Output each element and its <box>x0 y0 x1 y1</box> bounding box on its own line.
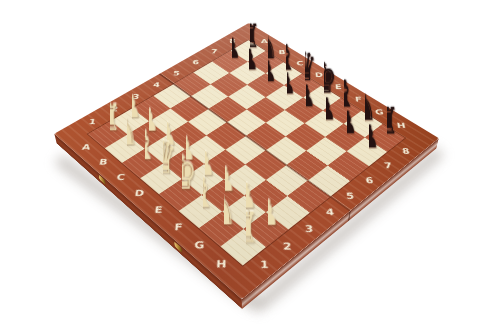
rank-label: 6 <box>365 176 374 184</box>
rank-label: 8 <box>401 147 410 155</box>
rank-label: 1 <box>88 118 97 125</box>
file-label: B <box>278 49 285 55</box>
file-label: D <box>315 72 324 78</box>
rank-label: 7 <box>383 161 392 169</box>
file-label: B <box>98 158 108 166</box>
file-label: H <box>216 259 227 269</box>
file-label: D <box>134 189 145 197</box>
file-label: E <box>335 84 343 90</box>
file-label: C <box>296 60 303 66</box>
square-b6 <box>210 73 247 97</box>
file-label: G <box>194 240 204 250</box>
file-label: E <box>154 205 163 214</box>
file-label: C <box>116 173 125 181</box>
file-label: F <box>354 96 362 103</box>
file-label: A <box>81 143 91 151</box>
rank-label: 2 <box>283 241 292 251</box>
rank-label: 4 <box>153 82 161 88</box>
rank-label: 7 <box>211 48 218 54</box>
rank-label: 3 <box>305 224 314 233</box>
file-label: F <box>174 222 183 231</box>
rank-label: 6 <box>192 59 199 65</box>
product-photo-stage: ♜♟♟♜♞♟♟♞♝♟♟♝♛♟♟♛♚♟♟♚♝♟♟♝♞♟♟♞♜♟♟♜ 1122334… <box>0 0 500 333</box>
chess-board: ♜♟♟♜♞♟♟♞♝♟♟♝♛♟♟♛♚♟♟♚♝♟♟♝♞♟♟♞♜♟♟♜ 1122334… <box>54 23 439 299</box>
rank-label: 4 <box>325 207 334 216</box>
rank-label: 8 <box>229 38 235 44</box>
file-label: A <box>261 38 268 44</box>
rank-label: 5 <box>173 70 180 76</box>
rank-label: 1 <box>260 259 269 269</box>
rank-label: 5 <box>346 191 355 200</box>
rank-label: 3 <box>132 93 140 100</box>
squares: ♜♟♟♜♞♟♟♞♝♟♟♝♛♟♟♛♚♟♟♚♝♟♟♝♞♟♟♞♜♟♟♜ <box>88 40 405 265</box>
